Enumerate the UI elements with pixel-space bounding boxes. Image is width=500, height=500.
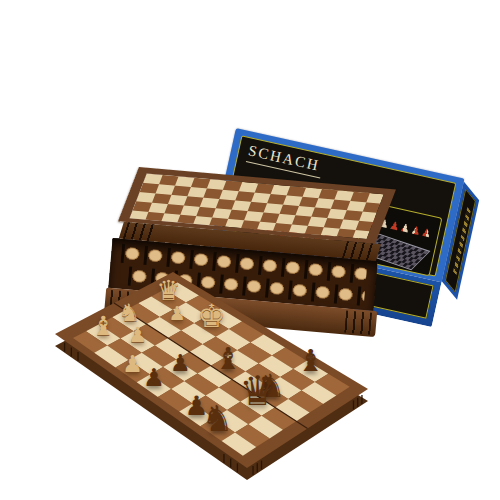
piece-white-knight-a4: ♞ [118,301,140,326]
piece-white-pawn-b3: ♟ [128,325,147,346]
piece-black-pawn-d1: ♟ [143,366,165,391]
piece-black-knight-g1: ♞ [202,400,234,436]
piece-black-queen-g4: ♛ [239,371,276,412]
piece-black-bishop-g8: ♝ [297,346,324,377]
chess-board: ♝♛♚♟♝♞♞♛♟♟♝♟♟♟♞ [0,0,500,500]
piece-white-pawn-b6: ♟ [168,304,185,323]
product-photo: SCHACH ♟♟♟♟♟ ♟♟♟♟♟♟ [0,0,500,500]
piece-white-king-c7: ♚ [197,300,226,332]
piece-black-pawn-d3: ♟ [170,351,191,374]
piece-white-pawn-c1: ♟ [122,352,143,375]
piece-white-bishop-a2: ♝ [91,313,115,340]
board-surface [0,0,500,500]
piece-white-queen-a7: ♛ [156,277,181,305]
piece-black-bishop-e5: ♝ [215,344,242,374]
